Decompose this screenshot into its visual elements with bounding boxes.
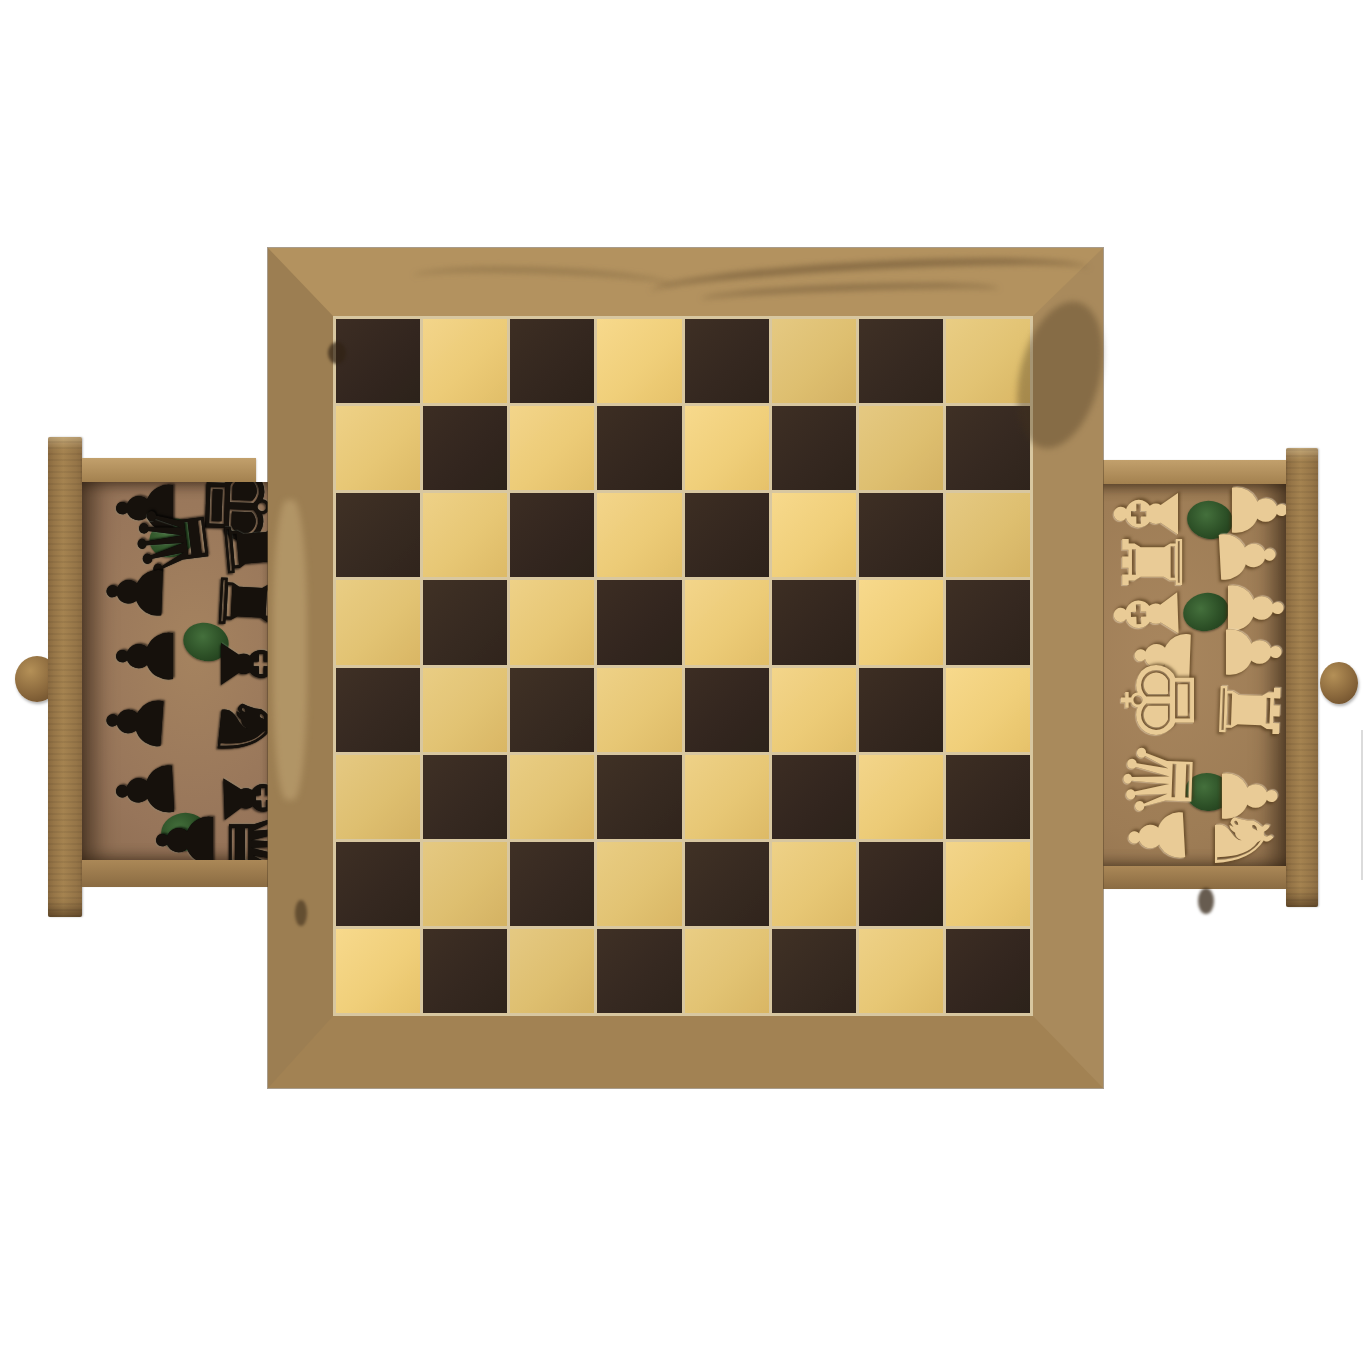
square-g5 <box>859 580 943 664</box>
white-rook-in-drawer: ♜ <box>1206 672 1286 748</box>
square-d5 <box>597 580 681 664</box>
square-h2 <box>946 842 1030 926</box>
square-d4 <box>597 668 681 752</box>
wood-knot <box>295 900 307 926</box>
square-f8 <box>772 319 856 403</box>
square-g3 <box>859 755 943 839</box>
white-knight-in-drawer: ♞ <box>1202 804 1282 866</box>
black-pawn-in-drawer: ♟ <box>97 557 175 628</box>
square-a5 <box>336 580 420 664</box>
square-b3 <box>423 755 507 839</box>
left-drawer-felt: ♟♚♛♜♟♜♟♝♟♞♟♝♟♛ <box>82 482 270 860</box>
square-d7 <box>597 406 681 490</box>
square-c7 <box>510 406 594 490</box>
square-d6 <box>597 493 681 577</box>
black-queen-in-drawer: ♛ <box>214 803 270 860</box>
board-frame <box>268 248 1103 1088</box>
square-h8 <box>946 319 1030 403</box>
square-a8 <box>336 319 420 403</box>
square-a6 <box>336 493 420 577</box>
square-b1 <box>423 929 507 1013</box>
square-e2 <box>685 842 769 926</box>
chess-board <box>333 316 1033 1016</box>
square-e6 <box>685 493 769 577</box>
square-g7 <box>859 406 943 490</box>
square-a2 <box>336 842 420 926</box>
square-f5 <box>772 580 856 664</box>
square-e7 <box>685 406 769 490</box>
square-f2 <box>772 842 856 926</box>
right-drawer-front-panel <box>1286 448 1318 907</box>
wood-grain-streak <box>649 251 1090 311</box>
square-b6 <box>423 493 507 577</box>
square-f4 <box>772 668 856 752</box>
right-drawer-bottom-wall <box>1086 866 1286 889</box>
square-h5 <box>946 580 1030 664</box>
square-c5 <box>510 580 594 664</box>
wood-knot <box>1198 888 1214 914</box>
square-h6 <box>946 493 1030 577</box>
square-c8 <box>510 319 594 403</box>
left-drawer-front-panel <box>48 437 82 917</box>
square-c3 <box>510 755 594 839</box>
black-pawn-in-drawer: ♟ <box>96 685 177 758</box>
square-e8 <box>685 319 769 403</box>
square-g4 <box>859 668 943 752</box>
square-a3 <box>336 755 420 839</box>
square-f6 <box>772 493 856 577</box>
square-c6 <box>510 493 594 577</box>
square-e3 <box>685 755 769 839</box>
square-f3 <box>772 755 856 839</box>
square-a7 <box>336 406 420 490</box>
square-f7 <box>772 406 856 490</box>
square-d2 <box>597 842 681 926</box>
square-e5 <box>685 580 769 664</box>
photo-edge-artifact <box>1361 730 1363 880</box>
square-h4 <box>946 668 1030 752</box>
square-a1 <box>336 929 420 1013</box>
board-squares <box>333 316 1033 1016</box>
product-photo: ♟♚♛♜♟♜♟♝♟♞♟♝♟♛ ♝♟♜♟♝♟♟♟♚♜♛♟♟♞ <box>0 0 1366 1366</box>
square-a4 <box>336 668 420 752</box>
square-c1 <box>510 929 594 1013</box>
wood-grain-highlight <box>273 500 307 800</box>
square-b8 <box>423 319 507 403</box>
square-d8 <box>597 319 681 403</box>
left-drawer-bottom-wall <box>82 860 270 887</box>
square-g1 <box>859 929 943 1013</box>
square-b5 <box>423 580 507 664</box>
right-drawer-felt: ♝♟♜♟♝♟♟♟♚♜♛♟♟♞ <box>1086 484 1286 866</box>
square-d1 <box>597 929 681 1013</box>
square-d3 <box>597 755 681 839</box>
square-b4 <box>423 668 507 752</box>
square-b2 <box>423 842 507 926</box>
square-g8 <box>859 319 943 403</box>
white-king-in-drawer: ♚ <box>1110 655 1210 745</box>
square-h7 <box>946 406 1030 490</box>
square-h3 <box>946 755 1030 839</box>
square-c4 <box>510 668 594 752</box>
wood-grain-streak <box>700 280 1000 309</box>
right-drawer-knob <box>1320 662 1358 704</box>
right-drawer-top-wall <box>1086 460 1286 484</box>
square-h1 <box>946 929 1030 1013</box>
square-b7 <box>423 406 507 490</box>
square-e1 <box>685 929 769 1013</box>
square-g6 <box>859 493 943 577</box>
black-knight-in-drawer: ♞ <box>203 687 270 769</box>
black-pawn-in-drawer: ♟ <box>107 621 185 691</box>
white-pawn-in-drawer: ♟ <box>1118 800 1197 866</box>
square-c2 <box>510 842 594 926</box>
square-e4 <box>685 668 769 752</box>
square-f1 <box>772 929 856 1013</box>
square-g2 <box>859 842 943 926</box>
left-drawer-top-wall <box>82 458 256 482</box>
wood-grain-streak <box>413 263 674 299</box>
